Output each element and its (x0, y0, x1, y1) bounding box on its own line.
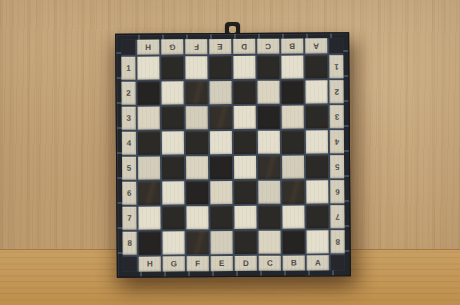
square-e7 (210, 206, 232, 229)
file-label-bottom-h: H (139, 257, 161, 272)
file-label-top-f: F (185, 39, 207, 54)
square-e2 (209, 81, 231, 104)
rank-label-right-2: 2 (329, 80, 343, 103)
square-g2 (161, 81, 183, 104)
rank-label-right-5: 5 (330, 155, 344, 178)
rank-label-left-1: 1 (121, 57, 135, 80)
file-label-bottom-c: C (259, 256, 281, 271)
file-label-bottom-g: G (163, 256, 185, 271)
frame-corner (121, 40, 135, 55)
square-f1 (185, 56, 207, 79)
square-a2 (305, 80, 327, 103)
square-e3 (210, 106, 232, 129)
square-g8 (163, 231, 185, 254)
square-c1 (257, 56, 279, 79)
rank-label-left-4: 4 (122, 132, 136, 155)
square-d2 (233, 81, 255, 104)
square-g5 (162, 156, 184, 179)
square-b6 (282, 181, 304, 204)
square-a6 (306, 180, 328, 203)
square-a4 (306, 130, 328, 153)
square-d4 (234, 131, 256, 154)
square-c7 (258, 206, 280, 229)
square-a1 (305, 55, 327, 78)
square-b4 (282, 131, 304, 154)
file-label-bottom-f: F (187, 256, 209, 271)
square-d6 (234, 181, 256, 204)
square-h2 (137, 82, 159, 105)
square-g3 (162, 106, 184, 129)
square-f2 (185, 81, 207, 104)
square-e8 (211, 231, 233, 254)
file-label-top-b: B (281, 39, 303, 54)
rank-label-left-8: 8 (123, 232, 137, 255)
square-f4 (186, 131, 208, 154)
square-h4 (138, 132, 160, 155)
square-e4 (210, 131, 232, 154)
square-b7 (282, 206, 304, 229)
rank-label-left-7: 7 (122, 207, 136, 230)
file-label-top-h: H (137, 40, 159, 55)
square-f6 (186, 181, 208, 204)
rank-label-left-3: 3 (122, 107, 136, 130)
file-label-bottom-d: D (235, 256, 257, 271)
square-c8 (259, 231, 281, 254)
photo-scene: HGFEDCBA1122334455667788HGFEDCBA (0, 0, 460, 305)
file-label-bottom-e: E (211, 256, 233, 271)
frame-corner (123, 257, 137, 272)
square-h1 (137, 57, 159, 80)
file-label-bottom-b: B (283, 256, 305, 271)
square-b2 (281, 81, 303, 104)
file-label-top-c: C (257, 39, 279, 54)
rank-label-left-5: 5 (122, 157, 136, 180)
rank-label-right-8: 8 (331, 230, 345, 253)
chessboard: HGFEDCBA1122334455667788HGFEDCBA (115, 32, 351, 278)
square-e5 (210, 156, 232, 179)
square-h3 (138, 107, 160, 130)
square-d3 (234, 106, 256, 129)
file-label-top-e: E (209, 39, 231, 54)
square-c4 (258, 131, 280, 154)
square-g4 (162, 131, 184, 154)
square-b3 (282, 106, 304, 129)
square-c3 (258, 106, 280, 129)
rank-label-right-6: 6 (330, 180, 344, 203)
square-e6 (210, 181, 232, 204)
frame-corner (329, 38, 343, 53)
square-g6 (162, 181, 184, 204)
file-label-top-d: D (233, 39, 255, 54)
square-c5 (258, 156, 280, 179)
square-a7 (306, 205, 328, 228)
square-h5 (138, 157, 160, 180)
square-b1 (281, 56, 303, 79)
square-h7 (138, 207, 160, 230)
square-e1 (209, 56, 231, 79)
frame-corner (331, 255, 345, 270)
square-f7 (186, 206, 208, 229)
square-f5 (186, 156, 208, 179)
rank-label-left-2: 2 (121, 82, 135, 105)
square-a5 (306, 155, 328, 178)
square-b5 (282, 156, 304, 179)
square-h8 (139, 232, 161, 255)
square-h6 (138, 182, 160, 205)
square-d1 (233, 56, 255, 79)
hanger-hole (229, 26, 236, 33)
square-f8 (187, 231, 209, 254)
rank-label-right-7: 7 (330, 205, 344, 228)
file-label-top-a: A (305, 38, 327, 53)
rank-label-right-3: 3 (330, 105, 344, 128)
file-label-top-g: G (161, 39, 183, 54)
square-g7 (162, 206, 184, 229)
rank-label-left-6: 6 (122, 182, 136, 205)
board-grid: HGFEDCBA1122334455667788HGFEDCBA (121, 38, 345, 272)
square-d8 (235, 231, 257, 254)
square-g1 (161, 56, 183, 79)
square-d5 (234, 156, 256, 179)
file-label-bottom-a: A (307, 255, 329, 270)
square-d7 (234, 206, 256, 229)
square-a8 (307, 230, 329, 253)
square-b8 (283, 231, 305, 254)
rank-label-right-4: 4 (330, 130, 344, 153)
square-c6 (258, 181, 280, 204)
rank-label-right-1: 1 (329, 55, 343, 78)
square-a3 (306, 105, 328, 128)
square-f3 (186, 106, 208, 129)
square-c2 (257, 81, 279, 104)
